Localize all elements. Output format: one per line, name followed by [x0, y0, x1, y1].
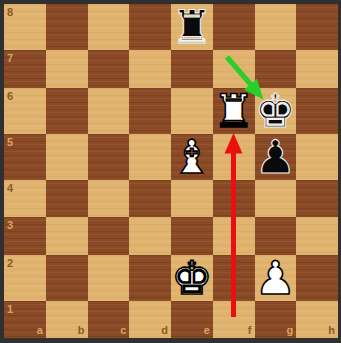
square-h2[interactable] [296, 255, 338, 301]
square-d7[interactable] [129, 50, 171, 88]
square-d6[interactable] [129, 88, 171, 134]
square-a6[interactable]: 6 [4, 88, 46, 134]
square-g4[interactable] [255, 180, 297, 218]
file-label-f: f [248, 325, 252, 336]
square-c4[interactable] [88, 180, 130, 218]
piece-black-king-g6[interactable]: ♚ [255, 88, 296, 134]
square-g3[interactable] [255, 217, 297, 255]
square-c7[interactable] [88, 50, 130, 88]
rank-label-6: 6 [7, 91, 13, 102]
rank-label-2: 2 [7, 258, 13, 269]
square-a3[interactable]: 3 [4, 217, 46, 255]
square-b4[interactable] [46, 180, 88, 218]
square-a1[interactable]: 1a [4, 301, 46, 339]
square-b7[interactable] [46, 50, 88, 88]
square-c6[interactable] [88, 88, 130, 134]
square-h6[interactable] [296, 88, 338, 134]
square-h5[interactable] [296, 134, 338, 180]
square-d1[interactable]: d [129, 301, 171, 339]
square-d8[interactable] [129, 4, 171, 50]
piece-black-rook-e8[interactable]: ♜ [171, 4, 212, 50]
square-a4[interactable]: 4 [4, 180, 46, 218]
square-a2[interactable]: 2 [4, 255, 46, 301]
rank-label-1: 1 [7, 304, 13, 315]
square-e3[interactable] [171, 217, 213, 255]
square-e2[interactable]: ♚ [171, 255, 213, 301]
piece-white-rook-f6[interactable]: ♜ [213, 88, 254, 134]
square-h8[interactable] [296, 4, 338, 50]
square-a5[interactable]: 5 [4, 134, 46, 180]
square-f4[interactable] [213, 180, 255, 218]
piece-black-pawn-g5[interactable]: ♟ [255, 134, 296, 180]
square-e8[interactable]: ♜ [171, 4, 213, 50]
square-b2[interactable] [46, 255, 88, 301]
chess-board: 8♜76♜♚5♝♟432♚♟1abcdefgh [4, 4, 338, 338]
square-f8[interactable] [213, 4, 255, 50]
file-label-h: h [328, 325, 335, 336]
square-b3[interactable] [46, 217, 88, 255]
square-c3[interactable] [88, 217, 130, 255]
file-label-c: c [120, 325, 126, 336]
square-b8[interactable] [46, 4, 88, 50]
square-e4[interactable] [171, 180, 213, 218]
square-f6[interactable]: ♜ [213, 88, 255, 134]
square-e1[interactable]: e [171, 301, 213, 339]
square-g7[interactable] [255, 50, 297, 88]
square-d2[interactable] [129, 255, 171, 301]
file-label-d: d [161, 325, 168, 336]
square-g6[interactable]: ♚ [255, 88, 297, 134]
square-e6[interactable] [171, 88, 213, 134]
square-f5[interactable] [213, 134, 255, 180]
rank-label-7: 7 [7, 53, 13, 64]
rank-label-5: 5 [7, 137, 13, 148]
square-c5[interactable] [88, 134, 130, 180]
square-b5[interactable] [46, 134, 88, 180]
piece-white-pawn-g2[interactable]: ♟ [255, 255, 296, 301]
file-label-e: e [204, 325, 210, 336]
square-b1[interactable]: b [46, 301, 88, 339]
rank-label-3: 3 [7, 220, 13, 231]
square-g1[interactable]: g [255, 301, 297, 339]
square-g8[interactable] [255, 4, 297, 50]
square-f1[interactable]: f [213, 301, 255, 339]
file-label-g: g [287, 325, 294, 336]
square-c8[interactable] [88, 4, 130, 50]
square-a8[interactable]: 8 [4, 4, 46, 50]
rank-label-8: 8 [7, 7, 13, 18]
square-e5[interactable]: ♝ [171, 134, 213, 180]
square-h3[interactable] [296, 217, 338, 255]
square-f7[interactable] [213, 50, 255, 88]
square-c2[interactable] [88, 255, 130, 301]
square-d5[interactable] [129, 134, 171, 180]
square-f3[interactable] [213, 217, 255, 255]
square-h4[interactable] [296, 180, 338, 218]
square-h7[interactable] [296, 50, 338, 88]
square-d4[interactable] [129, 180, 171, 218]
square-g2[interactable]: ♟ [255, 255, 297, 301]
file-label-b: b [78, 325, 85, 336]
square-d3[interactable] [129, 217, 171, 255]
rank-label-4: 4 [7, 183, 13, 194]
square-f2[interactable] [213, 255, 255, 301]
square-g5[interactable]: ♟ [255, 134, 297, 180]
piece-white-king-e2[interactable]: ♚ [171, 255, 212, 301]
square-h1[interactable]: h [296, 301, 338, 339]
square-a7[interactable]: 7 [4, 50, 46, 88]
square-c1[interactable]: c [88, 301, 130, 339]
chess-board-widget: 8♜76♜♚5♝♟432♚♟1abcdefgh [0, 0, 341, 343]
square-b6[interactable] [46, 88, 88, 134]
file-label-a: a [37, 325, 43, 336]
square-e7[interactable] [171, 50, 213, 88]
piece-white-bishop-e5[interactable]: ♝ [171, 134, 212, 180]
